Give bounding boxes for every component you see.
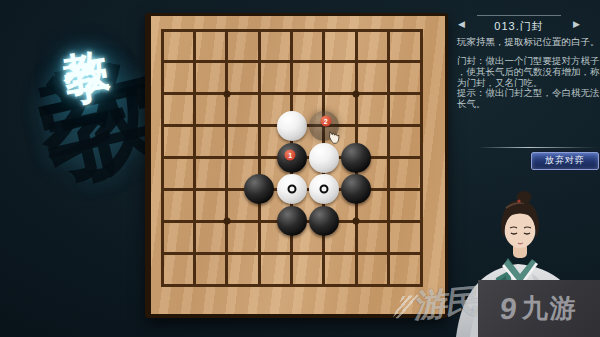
grid-line (387, 29, 390, 287)
stone-black (277, 206, 307, 236)
jiuyou-logo-text: 九游 (522, 291, 578, 326)
jiuyou-watermark-box: 9 九游 (478, 280, 600, 337)
go-board[interactable]: 21 (145, 13, 448, 318)
star-point (353, 90, 360, 97)
stone-white (277, 111, 307, 141)
panel-divider (478, 147, 598, 148)
board-grid[interactable]: 21 (162, 30, 421, 285)
star-point (353, 218, 360, 225)
next-lesson-button[interactable]: ▶ (573, 19, 580, 29)
star-point (223, 218, 230, 225)
capture-target-marker (287, 185, 296, 194)
stone-black (244, 174, 274, 204)
stone-black: 1 (277, 143, 307, 173)
grid-line (161, 252, 423, 255)
lesson-header: ◀ 013.门封 ▶ (458, 15, 580, 33)
stone-black (341, 174, 371, 204)
lesson-hint: 提示：做出门封之型，令白棋无法长气。 (457, 88, 600, 110)
stone-white (277, 174, 307, 204)
jiuyou-logo-icon: 9 (498, 292, 518, 326)
tutorial-screen: 教学 教学 21 ◀ 013.门封 ▶ 玩家持黑，提取标记位置的白子。 门封：做… (0, 0, 600, 337)
move-number-badge: 2 (320, 115, 331, 126)
cursor-hand-icon (327, 129, 344, 148)
grid-line (161, 284, 423, 287)
resign-button[interactable]: 放弃对弈 (531, 152, 599, 170)
gamersky-watermark: 游民 (395, 279, 482, 331)
lesson-objective: 玩家持黑，提取标记位置的白子。 (457, 36, 600, 48)
prev-lesson-button[interactable]: ◀ (458, 19, 465, 29)
stone-black (309, 206, 339, 236)
lesson-body: 门封：做出一个门型要提对方棋子，使其长气后的气数没有增加，称为门封，又名门吃。 … (457, 56, 600, 110)
capture-target-marker (319, 185, 328, 194)
stone-black (341, 143, 371, 173)
lesson-title: 013.门封 (477, 15, 561, 34)
grid-line (420, 29, 423, 287)
stone-white (309, 174, 339, 204)
star-point (223, 90, 230, 97)
move-number-badge: 1 (285, 150, 296, 161)
lesson-explanation: 门封：做出一个门型要提对方棋子，使其长气后的气数没有增加，称为门封，又名门吃。 (457, 56, 600, 88)
